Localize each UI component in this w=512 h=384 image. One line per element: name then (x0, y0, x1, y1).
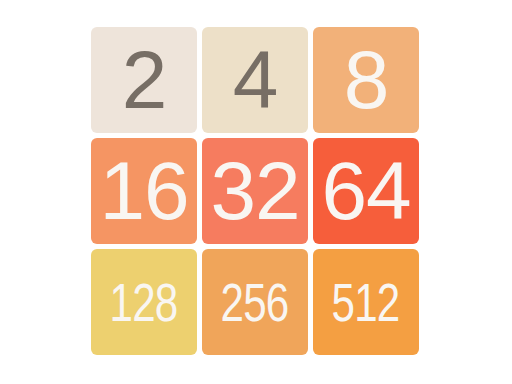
tile-value: 4 (233, 39, 278, 121)
2048-board[interactable]: 2 4 8 16 32 64 128 256 512 (91, 27, 419, 355)
tile-4: 4 (202, 27, 308, 133)
tile-512: 512 (313, 249, 419, 355)
tile-value: 64 (321, 150, 410, 232)
tile-16: 16 (91, 138, 197, 244)
game-stage: 2 4 8 16 32 64 128 256 512 (0, 0, 512, 384)
tile-64: 64 (313, 138, 419, 244)
tile-32: 32 (202, 138, 308, 244)
tile-128: 128 (91, 249, 197, 355)
tile-value: 16 (99, 150, 188, 232)
tile-value: 256 (221, 275, 289, 329)
tile-256: 256 (202, 249, 308, 355)
tile-value: 2 (122, 39, 167, 121)
tile-8: 8 (313, 27, 419, 133)
tile-value: 128 (110, 275, 178, 329)
tile-value: 32 (210, 150, 299, 232)
tile-2: 2 (91, 27, 197, 133)
tile-value: 8 (344, 39, 389, 121)
tile-value: 512 (332, 275, 400, 329)
